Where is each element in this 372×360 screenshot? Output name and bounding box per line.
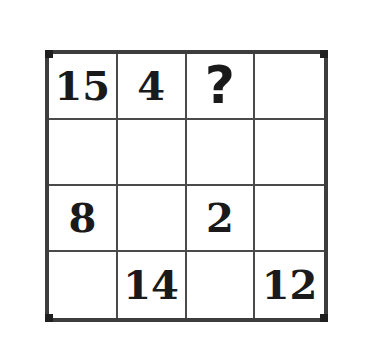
cell-r2c4 <box>255 120 324 186</box>
puzzle-page: 15 4 ? 8 2 14 12 <box>0 0 372 360</box>
cell-r4c1 <box>49 252 118 318</box>
corner-dot-bottom-right <box>320 314 328 322</box>
cell-r3c4 <box>255 186 324 252</box>
cell-r3c3: 2 <box>187 186 256 252</box>
cell-r3c2 <box>118 186 187 252</box>
cell-r1c4 <box>255 54 324 120</box>
cell-r4c2: 14 <box>118 252 187 318</box>
cell-r1c2: 4 <box>118 54 187 120</box>
cell-r1c3-missing: ? <box>187 54 256 120</box>
corner-dot-top-left <box>45 50 53 58</box>
cell-r4c4: 12 <box>255 252 324 318</box>
cell-r2c3 <box>187 120 256 186</box>
cell-r2c2 <box>118 120 187 186</box>
cell-r4c3 <box>187 252 256 318</box>
puzzle-board: 15 4 ? 8 2 14 12 <box>45 50 328 322</box>
cell-r2c1 <box>49 120 118 186</box>
corner-dot-bottom-left <box>45 314 53 322</box>
corner-dot-top-right <box>320 50 328 58</box>
cell-r1c1: 15 <box>49 54 118 120</box>
cell-r3c1: 8 <box>49 186 118 252</box>
